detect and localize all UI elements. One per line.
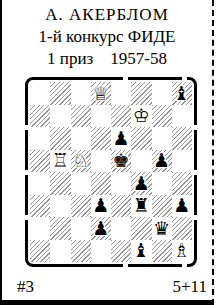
square-d1 <box>91 240 111 263</box>
border-gap-mark <box>25 170 29 175</box>
square-e3 <box>111 195 131 218</box>
square-a4 <box>30 172 50 195</box>
square-b1 <box>50 240 70 263</box>
square-h3: ♟ <box>172 195 192 218</box>
square-g3 <box>152 195 172 218</box>
square-e7 <box>111 105 131 128</box>
border-gap-mark <box>25 125 29 130</box>
square-f7: ♔ <box>131 105 151 128</box>
square-c4 <box>71 172 91 195</box>
square-a3 <box>30 195 50 218</box>
square-h1: ♗ <box>172 240 192 263</box>
square-e6: ♟ <box>111 127 131 150</box>
square-h7 <box>172 105 192 128</box>
black-king-e5: ♚ <box>113 151 130 170</box>
square-f5 <box>131 150 151 173</box>
square-h6 <box>172 127 192 150</box>
prize-line: 1 приз 1957-58 <box>2 48 212 70</box>
square-b4 <box>50 172 70 195</box>
square-e2 <box>111 217 131 240</box>
square-g2: ♛ <box>152 217 172 240</box>
square-g5: ♟ <box>152 150 172 173</box>
square-d6 <box>91 127 111 150</box>
material-count: 5+11 <box>173 277 207 297</box>
border-gap-mark <box>182 77 187 81</box>
square-c1 <box>71 240 91 263</box>
prize-text: 1 приз <box>47 48 93 70</box>
square-f3: ♜ <box>131 195 151 218</box>
square-e8 <box>111 82 131 105</box>
border-gap-mark <box>123 77 128 81</box>
square-g4 <box>152 172 172 195</box>
contest-name: 1-й конкурс ФИДЕ <box>2 26 212 48</box>
square-e1 <box>111 240 131 263</box>
chess-board: ♕♝♔♟♖♘♚♟♟♟♜♟♟♛♝♗ <box>25 77 197 267</box>
square-a5 <box>30 150 50 173</box>
white-knight-c5: ♘ <box>72 151 89 170</box>
square-c8 <box>71 82 91 105</box>
square-c2 <box>71 217 91 240</box>
square-b6 <box>50 127 70 150</box>
square-c6 <box>71 127 91 150</box>
square-g8 <box>152 82 172 105</box>
square-d2: ♟ <box>91 217 111 240</box>
square-f1: ♝ <box>131 240 151 263</box>
square-d7 <box>91 105 111 128</box>
square-g1 <box>152 240 172 263</box>
square-f4: ♟ <box>131 172 151 195</box>
square-d3: ♟ <box>91 195 111 218</box>
border-gap-mark <box>182 263 187 267</box>
square-h4 <box>172 172 192 195</box>
border-gap-mark <box>193 170 197 175</box>
square-h5 <box>172 150 192 173</box>
square-c3 <box>71 195 91 218</box>
square-h8: ♝ <box>172 82 192 105</box>
square-h2 <box>172 217 192 240</box>
bottom-border-rule <box>0 300 212 305</box>
black-pawn-h3: ♟ <box>173 196 190 215</box>
problem-header: А. АКЕРБЛОМ 1-й конкурс ФИДЕ 1 приз 1957… <box>2 4 212 70</box>
black-bishop-h8: ♝ <box>173 84 190 103</box>
square-g7 <box>152 105 172 128</box>
square-f6 <box>131 127 151 150</box>
square-b5: ♖ <box>50 150 70 173</box>
square-d8: ♕ <box>91 82 111 105</box>
board-grid: ♕♝♔♟♖♘♚♟♟♟♜♟♟♛♝♗ <box>30 82 192 262</box>
square-b2 <box>50 217 70 240</box>
border-gap-mark <box>123 263 128 267</box>
square-e5: ♚ <box>111 150 131 173</box>
black-pawn-d2: ♟ <box>92 219 109 238</box>
square-d4 <box>91 172 111 195</box>
square-a2 <box>30 217 50 240</box>
caption-row: #3 5+11 <box>17 277 207 297</box>
white-queen-d8: ♕ <box>92 84 109 103</box>
square-g6 <box>152 127 172 150</box>
year-text: 1957-58 <box>110 48 167 70</box>
black-pawn-e6: ♟ <box>113 129 130 148</box>
square-c7 <box>71 105 91 128</box>
border-gap-mark <box>25 215 29 220</box>
border-gap-mark <box>193 215 197 220</box>
black-rook-f3: ♜ <box>133 196 150 215</box>
square-a1 <box>30 240 50 263</box>
square-f8 <box>131 82 151 105</box>
square-a6 <box>30 127 50 150</box>
square-b3 <box>50 195 70 218</box>
author-name: А. АКЕРБЛОМ <box>2 4 212 26</box>
black-pawn-d3: ♟ <box>92 196 109 215</box>
black-pawn-g5: ♟ <box>153 151 170 170</box>
white-king-f7: ♔ <box>133 106 150 125</box>
square-e4 <box>111 172 131 195</box>
border-gap-mark <box>193 125 197 130</box>
stipulation-label: #3 <box>17 277 34 297</box>
square-d5 <box>91 150 111 173</box>
black-bishop-f1: ♝ <box>133 241 150 260</box>
right-dashed-rule <box>212 0 214 305</box>
square-f2 <box>131 217 151 240</box>
white-bishop-h1: ♗ <box>173 241 190 260</box>
white-rook-b5: ♖ <box>52 151 69 170</box>
black-queen-g2: ♛ <box>153 219 170 238</box>
square-c5: ♘ <box>71 150 91 173</box>
square-b7 <box>50 105 70 128</box>
black-pawn-f4: ♟ <box>133 174 150 193</box>
square-b8 <box>50 82 70 105</box>
square-a7 <box>30 105 50 128</box>
square-a8 <box>30 82 50 105</box>
